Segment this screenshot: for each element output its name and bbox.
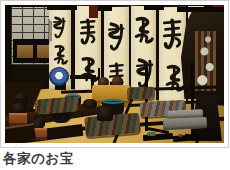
photo-scene xyxy=(5,5,224,143)
iron-kettle xyxy=(83,99,97,109)
stacked-box xyxy=(163,117,208,130)
green-ornament xyxy=(147,132,156,136)
striped-cushion xyxy=(127,87,155,100)
dark-pot xyxy=(97,106,113,121)
photo-caption: 各家のお宝 xyxy=(3,150,74,168)
photo-thumbnail[interactable] xyxy=(0,0,229,148)
kimono-floral-panel xyxy=(195,31,216,91)
pot-rim xyxy=(102,99,124,104)
photo-card: 各家のお宝 xyxy=(0,0,230,170)
blue-white-plate xyxy=(49,67,69,86)
table-leg xyxy=(72,79,75,89)
kimono-stand-bar xyxy=(177,7,224,12)
red-ornament xyxy=(179,134,182,137)
cabinet-drawer xyxy=(17,45,33,58)
